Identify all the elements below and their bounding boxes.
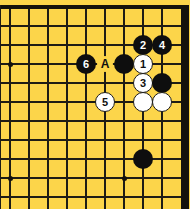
point-label-A: A — [97, 56, 113, 72]
black-stone: 2 — [133, 35, 153, 55]
white-stone: 5 — [95, 92, 115, 112]
white-stone — [152, 92, 172, 112]
stone-number: 2 — [140, 40, 146, 51]
stone-number: 1 — [140, 59, 146, 70]
star-point — [8, 62, 13, 67]
stone-number: 3 — [140, 78, 146, 89]
grid-line — [0, 158, 182, 159]
grid-line — [0, 196, 182, 197]
black-stone: 6 — [76, 54, 96, 74]
black-stone — [152, 73, 172, 93]
grid-line — [0, 177, 182, 178]
black-stone — [114, 54, 134, 74]
black-stone: 4 — [152, 35, 172, 55]
white-stone: 1 — [133, 54, 153, 74]
white-stone — [133, 92, 153, 112]
go-board: A246135 — [0, 0, 190, 209]
grid-line — [0, 25, 182, 26]
grid-line — [0, 120, 182, 121]
go-diagram: A246135 — [0, 0, 190, 209]
board-right-edge-line — [181, 5, 189, 209]
white-stone: 3 — [133, 73, 153, 93]
board-top-edge-line — [0, 5, 189, 9]
cropped-left-grid-line — [0, 5, 1, 209]
star-point — [8, 176, 13, 181]
grid-line — [0, 139, 182, 140]
stone-number: 6 — [83, 59, 89, 70]
star-point — [122, 176, 127, 181]
stone-number: 4 — [159, 40, 165, 51]
black-stone — [133, 149, 153, 169]
stone-number: 5 — [102, 97, 108, 108]
